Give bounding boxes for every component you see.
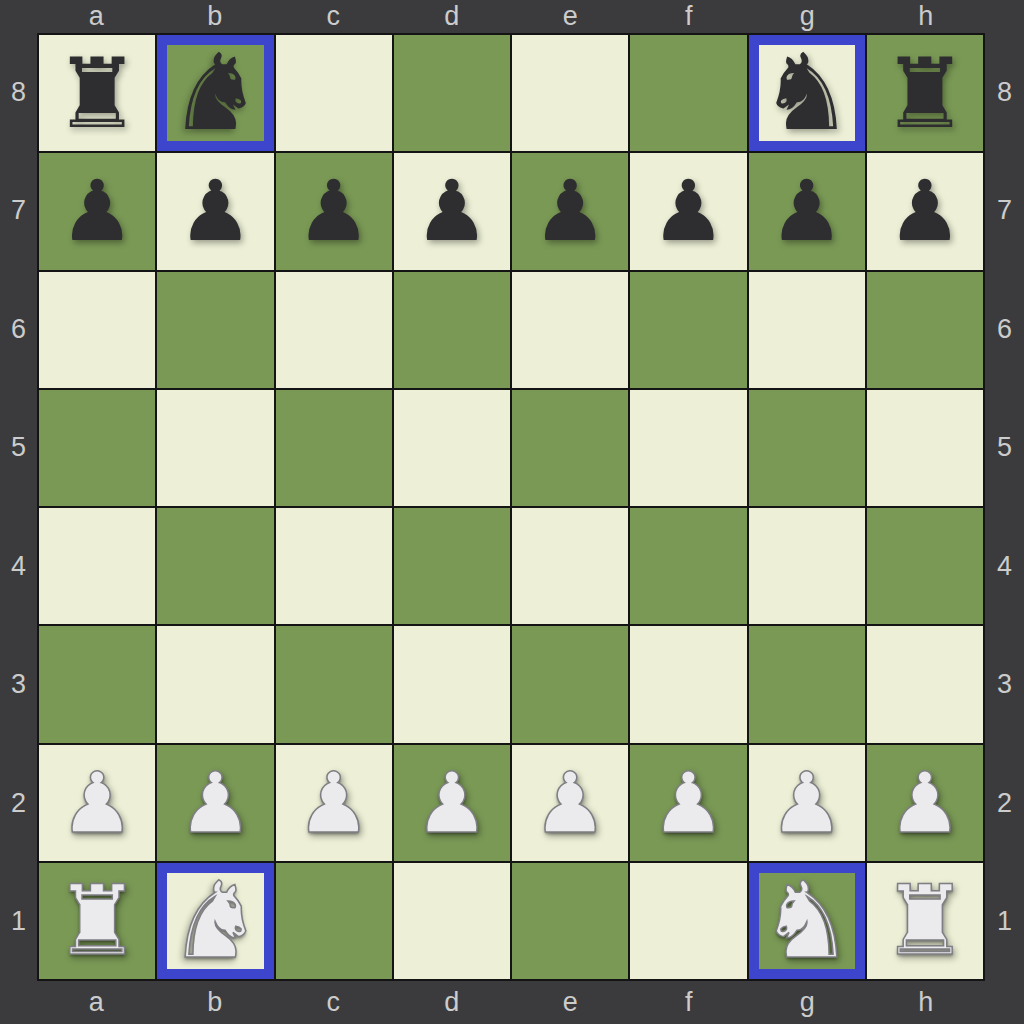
- black-pawn-piece[interactable]: ♟: [769, 169, 844, 253]
- rank-labels-right: 87654321: [985, 33, 1024, 981]
- square-g1[interactable]: ♞: [749, 863, 865, 979]
- rank-label: 2: [0, 744, 37, 863]
- rank-label: 4: [0, 507, 37, 626]
- square-b5[interactable]: [157, 390, 273, 506]
- square-f8[interactable]: [630, 35, 746, 151]
- file-label: f: [630, 0, 749, 33]
- black-rook-piece[interactable]: ♜: [881, 45, 968, 142]
- file-label: c: [274, 0, 393, 33]
- black-rook-piece[interactable]: ♜: [54, 45, 141, 142]
- file-label: d: [393, 0, 512, 33]
- square-d7[interactable]: ♟: [394, 153, 510, 269]
- white-rook-piece[interactable]: ♜: [54, 872, 141, 969]
- rank-label: 6: [985, 270, 1024, 389]
- rank-labels-left: 87654321: [0, 33, 37, 981]
- square-a8[interactable]: ♜: [39, 35, 155, 151]
- rank-label: 1: [985, 863, 1024, 982]
- square-g3[interactable]: [749, 626, 865, 742]
- square-c3[interactable]: [276, 626, 392, 742]
- square-f4[interactable]: [630, 508, 746, 624]
- square-g5[interactable]: [749, 390, 865, 506]
- square-b2[interactable]: ♟: [157, 745, 273, 861]
- square-d4[interactable]: [394, 508, 510, 624]
- square-h8[interactable]: ♜: [867, 35, 983, 151]
- square-d3[interactable]: [394, 626, 510, 742]
- rank-label: 3: [0, 626, 37, 745]
- square-d8[interactable]: [394, 35, 510, 151]
- square-e1[interactable]: [512, 863, 628, 979]
- white-knight-piece[interactable]: ♞: [759, 868, 854, 974]
- square-f2[interactable]: ♟: [630, 745, 746, 861]
- white-pawn-piece[interactable]: ♟: [59, 761, 134, 845]
- square-f1[interactable]: [630, 863, 746, 979]
- square-a5[interactable]: [39, 390, 155, 506]
- file-label: d: [393, 981, 512, 1024]
- square-g8[interactable]: ♞: [749, 35, 865, 151]
- square-d6[interactable]: [394, 272, 510, 388]
- black-pawn-piece[interactable]: ♟: [59, 169, 134, 253]
- black-pawn-piece[interactable]: ♟: [532, 169, 607, 253]
- square-a7[interactable]: ♟: [39, 153, 155, 269]
- rank-label: 1: [0, 863, 37, 982]
- square-c1[interactable]: [276, 863, 392, 979]
- rank-label: 6: [0, 270, 37, 389]
- square-a4[interactable]: [39, 508, 155, 624]
- square-c4[interactable]: [276, 508, 392, 624]
- square-a1[interactable]: ♜: [39, 863, 155, 979]
- square-b7[interactable]: ♟: [157, 153, 273, 269]
- rank-label: 3: [985, 626, 1024, 745]
- square-e6[interactable]: [512, 272, 628, 388]
- white-pawn-piece[interactable]: ♟: [296, 761, 371, 845]
- square-d5[interactable]: [394, 390, 510, 506]
- square-e5[interactable]: [512, 390, 628, 506]
- square-a3[interactable]: [39, 626, 155, 742]
- rank-label: 7: [0, 152, 37, 271]
- white-pawn-piece[interactable]: ♟: [178, 761, 253, 845]
- file-labels-top: abcdefgh: [37, 0, 985, 33]
- file-label: b: [156, 0, 275, 33]
- file-label: h: [867, 981, 986, 1024]
- square-e7[interactable]: ♟: [512, 153, 628, 269]
- square-c2[interactable]: ♟: [276, 745, 392, 861]
- rank-label: 8: [0, 33, 37, 152]
- file-label: e: [511, 0, 630, 33]
- square-g4[interactable]: [749, 508, 865, 624]
- white-pawn-piece[interactable]: ♟: [887, 761, 962, 845]
- black-knight-piece[interactable]: ♞: [759, 40, 854, 146]
- black-knight-piece[interactable]: ♞: [168, 40, 263, 146]
- rank-label: 8: [985, 33, 1024, 152]
- square-f6[interactable]: [630, 272, 746, 388]
- square-h4[interactable]: [867, 508, 983, 624]
- white-pawn-piece[interactable]: ♟: [651, 761, 726, 845]
- square-h3[interactable]: [867, 626, 983, 742]
- square-h5[interactable]: [867, 390, 983, 506]
- black-pawn-piece[interactable]: ♟: [178, 169, 253, 253]
- file-label: h: [867, 0, 986, 33]
- square-c7[interactable]: ♟: [276, 153, 392, 269]
- square-g7[interactable]: ♟: [749, 153, 865, 269]
- white-rook-piece[interactable]: ♜: [881, 872, 968, 969]
- file-label: c: [274, 981, 393, 1024]
- square-f5[interactable]: [630, 390, 746, 506]
- square-d1[interactable]: [394, 863, 510, 979]
- file-label: g: [748, 981, 867, 1024]
- square-b6[interactable]: [157, 272, 273, 388]
- square-e8[interactable]: [512, 35, 628, 151]
- square-a6[interactable]: [39, 272, 155, 388]
- square-b3[interactable]: [157, 626, 273, 742]
- square-g6[interactable]: [749, 272, 865, 388]
- black-pawn-piece[interactable]: ♟: [414, 169, 489, 253]
- square-f3[interactable]: [630, 626, 746, 742]
- file-label: a: [37, 0, 156, 33]
- file-label: b: [156, 981, 275, 1024]
- black-pawn-piece[interactable]: ♟: [296, 169, 371, 253]
- square-d2[interactable]: ♟: [394, 745, 510, 861]
- chess-app: abcdefgh abcdefgh 87654321 87654321 ♜♞♞♜…: [0, 0, 1024, 1024]
- white-pawn-piece[interactable]: ♟: [532, 761, 607, 845]
- file-label: f: [630, 981, 749, 1024]
- square-e3[interactable]: [512, 626, 628, 742]
- rank-label: 4: [985, 507, 1024, 626]
- square-b1[interactable]: ♞: [157, 863, 273, 979]
- square-e2[interactable]: ♟: [512, 745, 628, 861]
- black-pawn-piece[interactable]: ♟: [651, 169, 726, 253]
- square-c6[interactable]: [276, 272, 392, 388]
- rank-label: 5: [0, 389, 37, 508]
- white-pawn-piece[interactable]: ♟: [769, 761, 844, 845]
- square-b4[interactable]: [157, 508, 273, 624]
- square-h7[interactable]: ♟: [867, 153, 983, 269]
- white-pawn-piece[interactable]: ♟: [414, 761, 489, 845]
- file-label: e: [511, 981, 630, 1024]
- square-g2[interactable]: ♟: [749, 745, 865, 861]
- square-h1[interactable]: ♜: [867, 863, 983, 979]
- black-pawn-piece[interactable]: ♟: [887, 169, 962, 253]
- square-e4[interactable]: [512, 508, 628, 624]
- square-f7[interactable]: ♟: [630, 153, 746, 269]
- square-c8[interactable]: [276, 35, 392, 151]
- square-b8[interactable]: ♞: [157, 35, 273, 151]
- file-label: g: [748, 0, 867, 33]
- chess-board: ♜♞♞♜♟♟♟♟♟♟♟♟♟♟♟♟♟♟♟♟♜♞♞♜: [37, 33, 985, 981]
- square-a2[interactable]: ♟: [39, 745, 155, 861]
- file-label: a: [37, 981, 156, 1024]
- rank-label: 5: [985, 389, 1024, 508]
- rank-label: 2: [985, 744, 1024, 863]
- rank-label: 7: [985, 152, 1024, 271]
- square-h6[interactable]: [867, 272, 983, 388]
- file-labels-bottom: abcdefgh: [37, 981, 985, 1024]
- white-knight-piece[interactable]: ♞: [168, 868, 263, 974]
- square-h2[interactable]: ♟: [867, 745, 983, 861]
- square-c5[interactable]: [276, 390, 392, 506]
